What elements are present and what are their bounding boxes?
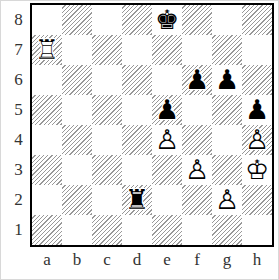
square-h8[interactable] xyxy=(242,5,272,35)
square-a1[interactable] xyxy=(32,215,62,245)
square-c7[interactable] xyxy=(92,35,122,65)
square-f8[interactable] xyxy=(182,5,212,35)
white-rook: ♖ xyxy=(32,35,62,65)
square-c4[interactable] xyxy=(92,125,122,155)
square-d6[interactable] xyxy=(122,65,152,95)
white-pawn: ♙ xyxy=(212,185,242,215)
square-f4[interactable] xyxy=(182,125,212,155)
square-e7[interactable] xyxy=(152,35,182,65)
file-label-f: f xyxy=(182,248,212,274)
black-pawn: ♟ xyxy=(182,65,212,95)
square-e4[interactable]: ♟♙ xyxy=(152,125,182,155)
square-g2[interactable]: ♟♙ xyxy=(212,185,242,215)
square-f1[interactable] xyxy=(182,215,212,245)
file-label-c: c xyxy=(92,248,122,274)
square-a8[interactable] xyxy=(32,5,62,35)
square-b4[interactable] xyxy=(62,125,92,155)
white-king: ♔ xyxy=(242,155,272,185)
file-label-h: h xyxy=(242,248,272,274)
file-labels: abcdefgh xyxy=(32,248,272,274)
square-b7[interactable] xyxy=(62,35,92,65)
square-h7[interactable] xyxy=(242,35,272,65)
white-pawn: ♙ xyxy=(242,125,272,155)
square-h4[interactable]: ♟♙ xyxy=(242,125,272,155)
rank-label-3: 3 xyxy=(1,155,29,185)
rank-label-8: 8 xyxy=(1,5,29,35)
square-g7[interactable] xyxy=(212,35,242,65)
square-e8[interactable]: ♚ xyxy=(152,5,182,35)
square-c2[interactable] xyxy=(92,185,122,215)
square-f7[interactable] xyxy=(182,35,212,65)
square-d7[interactable] xyxy=(122,35,152,65)
square-a4[interactable] xyxy=(32,125,62,155)
square-b1[interactable] xyxy=(62,215,92,245)
square-c8[interactable] xyxy=(92,5,122,35)
rank-labels: 87654321 xyxy=(1,5,29,245)
black-rook: ♜ xyxy=(122,185,152,215)
square-a2[interactable] xyxy=(32,185,62,215)
square-d1[interactable] xyxy=(122,215,152,245)
square-e1[interactable] xyxy=(152,215,182,245)
square-d3[interactable] xyxy=(122,155,152,185)
rank-label-2: 2 xyxy=(1,185,29,215)
rank-label-1: 1 xyxy=(1,215,29,245)
square-f5[interactable] xyxy=(182,95,212,125)
black-pawn: ♟ xyxy=(152,95,182,125)
square-f6[interactable]: ♟ xyxy=(182,65,212,95)
square-c6[interactable] xyxy=(92,65,122,95)
square-e5[interactable]: ♟ xyxy=(152,95,182,125)
square-a7[interactable]: ♜♖ xyxy=(32,35,62,65)
black-pawn: ♟ xyxy=(242,95,272,125)
file-label-a: a xyxy=(32,248,62,274)
square-d4[interactable] xyxy=(122,125,152,155)
square-g3[interactable] xyxy=(212,155,242,185)
chess-diagram: 87654321 ♚♜♖♟♟♟♟♟♙♟♙♟♙♚♔♜♟♙ abcdefgh xyxy=(0,0,279,280)
square-b5[interactable] xyxy=(62,95,92,125)
square-f2[interactable] xyxy=(182,185,212,215)
square-d2[interactable]: ♜ xyxy=(122,185,152,215)
square-g6[interactable]: ♟ xyxy=(212,65,242,95)
square-g4[interactable] xyxy=(212,125,242,155)
rank-label-5: 5 xyxy=(1,95,29,125)
square-e2[interactable] xyxy=(152,185,182,215)
black-king: ♚ xyxy=(152,5,182,35)
square-c5[interactable] xyxy=(92,95,122,125)
square-e3[interactable] xyxy=(152,155,182,185)
file-label-e: e xyxy=(152,248,182,274)
rank-label-7: 7 xyxy=(1,35,29,65)
rank-label-4: 4 xyxy=(1,125,29,155)
white-pawn: ♙ xyxy=(152,125,182,155)
square-c1[interactable] xyxy=(92,215,122,245)
rank-label-6: 6 xyxy=(1,65,29,95)
square-b3[interactable] xyxy=(62,155,92,185)
square-b2[interactable] xyxy=(62,185,92,215)
square-d8[interactable] xyxy=(122,5,152,35)
square-c3[interactable] xyxy=(92,155,122,185)
square-b8[interactable] xyxy=(62,5,92,35)
file-label-d: d xyxy=(122,248,152,274)
square-g5[interactable] xyxy=(212,95,242,125)
square-h1[interactable] xyxy=(242,215,272,245)
black-pawn: ♟ xyxy=(212,65,242,95)
square-e6[interactable] xyxy=(152,65,182,95)
square-a5[interactable] xyxy=(32,95,62,125)
square-h5[interactable]: ♟ xyxy=(242,95,272,125)
square-a3[interactable] xyxy=(32,155,62,185)
square-h6[interactable] xyxy=(242,65,272,95)
white-pawn: ♙ xyxy=(182,155,212,185)
square-d5[interactable] xyxy=(122,95,152,125)
file-label-b: b xyxy=(62,248,92,274)
square-h3[interactable]: ♚♔ xyxy=(242,155,272,185)
square-h2[interactable] xyxy=(242,185,272,215)
square-g1[interactable] xyxy=(212,215,242,245)
board: ♚♜♖♟♟♟♟♟♙♟♙♟♙♚♔♜♟♙ xyxy=(30,3,274,247)
square-g8[interactable] xyxy=(212,5,242,35)
square-b6[interactable] xyxy=(62,65,92,95)
square-a6[interactable] xyxy=(32,65,62,95)
file-label-g: g xyxy=(212,248,242,274)
square-f3[interactable]: ♟♙ xyxy=(182,155,212,185)
